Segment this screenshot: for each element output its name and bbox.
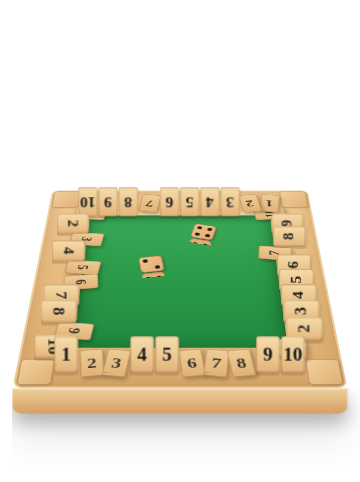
tile-left-8[interactable]: 8	[41, 300, 77, 322]
die-pip	[155, 265, 160, 268]
tile-far-10[interactable]: 10	[78, 187, 97, 216]
tile-near-6[interactable]: 6	[178, 349, 206, 378]
tile-number: 6	[286, 261, 301, 268]
board-front-edge	[12, 388, 347, 413]
die-2[interactable]	[138, 256, 165, 274]
tile-number: 9	[104, 194, 112, 210]
tile-number: 3	[226, 194, 234, 210]
tile-near-10[interactable]: 10	[281, 336, 305, 372]
tile-number: 2	[244, 198, 254, 208]
tile-near-4[interactable]: 4	[130, 336, 154, 372]
tile-number: 8	[235, 355, 248, 370]
tile-number: 7	[53, 291, 69, 299]
tile-far-3[interactable]: 3	[221, 187, 240, 216]
tile-number: 2	[66, 220, 80, 227]
tile-near-7[interactable]: 7	[203, 349, 230, 378]
tile-left-5[interactable]: 5	[64, 259, 101, 275]
tile-number: 4	[206, 194, 214, 210]
corner-post	[279, 191, 309, 207]
tile-near-5[interactable]: 5	[155, 336, 179, 372]
corner-post	[51, 191, 81, 207]
tile-number: 1	[61, 345, 71, 364]
tile-number: 7	[144, 198, 154, 208]
tile-number: 9	[65, 327, 83, 334]
tile-far-1[interactable]: 1	[259, 194, 279, 213]
corner-post	[16, 359, 55, 385]
tile-number: 3	[293, 307, 309, 315]
tile-number: 8	[282, 233, 296, 240]
corner-post	[305, 359, 344, 385]
tile-number: 3	[110, 355, 123, 370]
tile-number: 1	[265, 198, 273, 208]
tile-number: 4	[137, 345, 147, 364]
tile-far-9[interactable]: 9	[99, 187, 118, 216]
tile-number: 4	[61, 247, 76, 254]
tile-far-8[interactable]: 8	[119, 187, 138, 216]
tile-number: 8	[51, 307, 67, 315]
die-cell	[144, 266, 149, 269]
tile-number: 6	[165, 194, 173, 210]
die-top-face	[138, 255, 165, 273]
die-1[interactable]	[190, 224, 217, 241]
die-cell	[150, 266, 155, 269]
die-pip	[205, 234, 210, 237]
tile-number: 7	[211, 355, 222, 370]
tile-right-8[interactable]: 8	[273, 227, 306, 247]
tile-number: 9	[263, 345, 273, 364]
tile-number: 5	[162, 345, 172, 364]
tile-far-5[interactable]: 5	[180, 187, 199, 216]
tile-number: 5	[186, 194, 194, 210]
tile-left-4[interactable]: 4	[52, 240, 85, 261]
tile-far-6[interactable]: 6	[160, 187, 179, 216]
tile-near-1[interactable]: 1	[54, 336, 78, 372]
tile-number: 2	[87, 355, 97, 370]
tile-number: 5	[289, 276, 304, 284]
tile-number: 4	[291, 291, 307, 299]
tile-near-9[interactable]: 9	[256, 336, 280, 372]
tile-far-4[interactable]: 4	[200, 187, 219, 216]
tile-number: 2	[296, 324, 312, 332]
tile-left-2[interactable]: 2	[57, 214, 89, 234]
tile-number: 10	[283, 345, 302, 364]
tile-number: 8	[125, 194, 133, 210]
tile-number: 10	[80, 194, 96, 210]
shut-the-box-board: 1234567891012345678910123456789101234567…	[12, 190, 347, 388]
tile-far-7[interactable]: 7	[138, 194, 161, 213]
tile-number: 6	[186, 355, 198, 370]
tile-number: 5	[75, 264, 91, 270]
